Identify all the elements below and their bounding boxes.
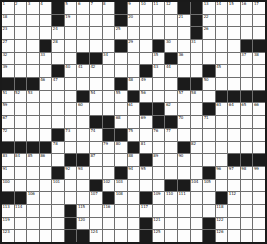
cell-r2c1[interactable]: 18 [2,15,14,27]
cell-r9c1[interactable]: 59 [2,103,14,115]
cell-r16c19[interactable]: 112 [228,192,240,204]
cell-r9c5[interactable] [52,103,64,115]
cell-r1c13[interactable]: 11 [153,2,165,14]
cell-r7c21[interactable] [253,78,265,90]
cell-r12c13[interactable] [153,142,165,154]
cell-r7c12[interactable]: 49 [140,78,152,90]
cell-r1c18[interactable]: 14 [216,2,228,14]
cell-r8c3[interactable]: 53 [27,91,39,103]
cell-r18c8[interactable] [90,218,102,230]
cell-r13c1[interactable]: 83 [2,154,14,166]
cell-r5c16[interactable] [191,53,203,65]
cell-r8c10[interactable]: 55 [115,91,127,103]
cell-r13c10[interactable] [115,154,127,166]
cell-r9c15[interactable] [178,103,190,115]
cell-r4c1[interactable]: 27 [2,40,14,52]
cell-r9c8[interactable] [90,103,102,115]
cell-r3c8[interactable] [90,27,102,39]
cell-r12c10[interactable]: 80 [115,142,127,154]
cell-r11c2[interactable] [15,129,27,141]
cell-r3c12[interactable] [140,27,152,39]
cell-r9c18[interactable]: 63 [216,103,228,115]
cell-r12c21[interactable] [253,142,265,154]
cell-r1c12[interactable]: 10 [140,2,152,14]
cell-r14c20[interactable]: 98 [241,167,253,179]
cell-r15c2[interactable] [15,180,27,192]
cell-r9c19[interactable]: 64 [228,103,240,115]
cell-r9c20[interactable]: 65 [241,103,253,115]
cell-r11c13[interactable]: 76 [153,129,165,141]
cell-r14c21[interactable]: 99 [253,167,265,179]
cell-r18c1[interactable]: 119 [2,218,14,230]
cell-r10c16[interactable] [191,116,203,128]
cell-r11c15[interactable] [178,129,190,141]
cell-r12c17[interactable] [203,142,215,154]
cell-r1c21[interactable]: 17 [253,2,265,14]
cell-r7c18[interactable] [216,78,228,90]
cell-r3c4[interactable] [40,27,52,39]
cell-r17c8[interactable] [90,205,102,217]
cell-r12c16[interactable]: 82 [191,142,203,154]
cell-r17c7[interactable]: 115 [77,205,89,217]
cell-r12c20[interactable] [241,142,253,154]
cell-r10c10[interactable]: 68 [115,116,127,128]
cell-r1c11[interactable]: 9 [128,2,140,14]
cell-r2c15[interactable]: 21 [178,15,190,27]
cell-r9c16[interactable] [191,103,203,115]
cell-r16c14[interactable]: 110 [165,192,177,204]
cell-r2c8[interactable] [90,15,102,27]
cell-r9c2[interactable] [15,103,27,115]
cell-r3c21[interactable] [253,27,265,39]
cell-r6c14[interactable]: 44 [165,65,177,77]
cell-r4c6[interactable] [65,40,77,52]
cell-r14c12[interactable]: 95 [140,167,152,179]
cell-r10c1[interactable]: 67 [2,116,14,128]
cell-r12c9[interactable]: 79 [103,142,115,154]
cell-r17c17[interactable] [203,205,215,217]
cell-r17c9[interactable]: 116 [103,205,115,217]
cell-r15c5[interactable]: 101 [52,180,64,192]
cell-r1c14[interactable]: 12 [165,2,177,14]
cell-r10c5[interactable] [52,116,64,128]
cell-r18c7[interactable]: 120 [77,218,89,230]
cell-r18c9[interactable] [103,218,115,230]
cell-r10c3[interactable] [27,116,39,128]
cell-r6c13[interactable]: 43 [153,65,165,77]
cell-r18c4[interactable] [40,218,52,230]
cell-r6c7[interactable]: 41 [77,65,89,77]
cell-r19c10[interactable] [115,230,127,242]
cell-r15c18[interactable] [216,180,228,192]
cell-r10c7[interactable] [77,116,89,128]
cell-r13c13[interactable]: 89 [153,154,165,166]
cell-r15c4[interactable] [40,180,52,192]
cell-r3c1[interactable]: 23 [2,27,14,39]
cell-r19c15[interactable] [178,230,190,242]
cell-r3c20[interactable] [241,27,253,39]
cell-r13c2[interactable]: 84 [15,154,27,166]
cell-r17c11[interactable] [128,205,140,217]
cell-r4c17[interactable] [203,40,215,52]
cell-r18c2[interactable] [15,218,27,230]
cell-r4c14[interactable]: 30 [165,40,177,52]
cell-r8c16[interactable]: 58 [191,91,203,103]
cell-r19c8[interactable]: 124 [90,230,102,242]
cell-r15c9[interactable]: 102 [103,180,115,192]
cell-r6c16[interactable] [191,65,203,77]
cell-r12c8[interactable] [90,142,102,154]
cell-r15c6[interactable] [65,180,77,192]
cell-r8c4[interactable] [40,91,52,103]
cell-r5c20[interactable]: 37 [241,53,253,65]
cell-r6c6[interactable]: 40 [65,65,77,77]
cell-r14c16[interactable] [191,167,203,179]
cell-r19c20[interactable] [241,230,253,242]
cell-r3c5[interactable]: 24 [52,27,64,39]
cell-r19c3[interactable] [27,230,39,242]
cell-r1c7[interactable]: 6 [77,2,89,14]
cell-r9c6[interactable] [65,103,77,115]
cell-r18c13[interactable]: 121 [153,218,165,230]
cell-r8c9[interactable] [103,91,115,103]
cell-r18c21[interactable] [253,218,265,230]
cell-r7c5[interactable]: 47 [52,78,64,90]
cell-r4c15[interactable] [178,40,190,52]
cell-r5c11[interactable] [128,53,140,65]
cell-r15c1[interactable]: 100 [2,180,14,192]
cell-r3c6[interactable] [65,27,77,39]
cell-r9c14[interactable]: 62 [165,103,177,115]
cell-r2c11[interactable]: 20 [128,15,140,27]
cell-r17c19[interactable] [228,205,240,217]
cell-r8c17[interactable] [203,91,215,103]
cell-r11c18[interactable] [216,129,228,141]
cell-r5c21[interactable]: 38 [253,53,265,65]
cell-r19c13[interactable]: 125 [153,230,165,242]
cell-r7c11[interactable]: 48 [128,78,140,90]
cell-r3c17[interactable]: 26 [203,27,215,39]
cell-r1c2[interactable]: 2 [15,2,27,14]
cell-r10c6[interactable] [65,116,77,128]
cell-r15c19[interactable] [228,180,240,192]
cell-r11c3[interactable] [27,129,39,141]
cell-r8c13[interactable] [153,91,165,103]
cell-r14c15[interactable] [178,167,190,179]
cell-r11c21[interactable] [253,129,265,141]
cell-r10c11[interactable] [128,116,140,128]
cell-r17c16[interactable] [191,205,203,217]
cell-r14c2[interactable] [15,167,27,179]
cell-r11c4[interactable] [40,129,52,141]
cell-r14c1[interactable]: 91 [2,167,14,179]
cell-r12c6[interactable] [65,142,77,154]
cell-r19c14[interactable] [165,230,177,242]
cell-r8c14[interactable] [165,91,177,103]
cell-r13c9[interactable] [103,154,115,166]
cell-r4c19[interactable] [228,40,240,52]
cell-r14c14[interactable] [165,167,177,179]
cell-r8c15[interactable]: 57 [178,91,190,103]
cell-r1c6[interactable]: 5 [65,2,77,14]
cell-r14c7[interactable]: 93 [77,167,89,179]
cell-r19c1[interactable]: 123 [2,230,14,242]
cell-r5c15[interactable]: 36 [178,53,190,65]
cell-r6c15[interactable] [178,65,190,77]
cell-r8c12[interactable]: 56 [140,91,152,103]
cell-r4c8[interactable] [90,40,102,52]
cell-r15c10[interactable]: 103 [115,180,127,192]
cell-r15c3[interactable] [27,180,39,192]
cell-r4c5[interactable]: 28 [52,40,64,52]
cell-r10c2[interactable] [15,116,27,128]
cell-r3c7[interactable] [77,27,89,39]
cell-r7c9[interactable] [103,78,115,90]
cell-r14c18[interactable]: 96 [216,167,228,179]
cell-r11c20[interactable] [241,129,253,141]
cell-r18c19[interactable] [228,218,240,230]
cell-r2c9[interactable] [103,15,115,27]
cell-r1c8[interactable]: 7 [90,2,102,14]
cell-r11c6[interactable]: 73 [65,129,77,141]
cell-r14c19[interactable]: 97 [228,167,240,179]
cell-r7c7[interactable] [77,78,89,90]
cell-r15c16[interactable]: 104 [191,180,203,192]
cell-r2c7[interactable] [77,15,89,27]
cell-r9c4[interactable] [40,103,52,115]
cell-r4c7[interactable] [77,40,89,52]
cell-r15c12[interactable] [140,180,152,192]
cell-r8c6[interactable] [65,91,77,103]
cell-r19c19[interactable] [228,230,240,242]
cell-r7c4[interactable]: 46 [40,78,52,90]
cell-r16c20[interactable] [241,192,253,204]
cell-r16c6[interactable] [65,192,77,204]
cell-r9c10[interactable] [115,103,127,115]
cell-r18c18[interactable]: 122 [216,218,228,230]
cell-r16c21[interactable] [253,192,265,204]
cell-r4c2[interactable] [15,40,27,52]
cell-r3c15[interactable] [178,27,190,39]
cell-r13c5[interactable] [52,154,64,166]
cell-r12c5[interactable]: 78 [52,142,64,154]
cell-r12c12[interactable]: 81 [140,142,152,154]
cell-r3c18[interactable] [216,27,228,39]
cell-r3c9[interactable] [103,27,115,39]
cell-r4c3[interactable] [27,40,39,52]
cell-r10c17[interactable]: 71 [203,116,215,128]
cell-r9c3[interactable] [27,103,39,115]
cell-r18c10[interactable] [115,218,127,230]
cell-r6c1[interactable]: 39 [2,65,14,77]
cell-r17c4[interactable] [40,205,52,217]
cell-r14c3[interactable] [27,167,39,179]
cell-r13c17[interactable] [203,154,215,166]
cell-r7c14[interactable] [165,78,177,90]
cell-r5c2[interactable] [15,53,27,65]
cell-r17c10[interactable] [115,205,127,217]
cell-r6c21[interactable] [253,65,265,77]
cell-r6c4[interactable] [40,65,52,77]
cell-r17c3[interactable] [27,205,39,217]
cell-r6c9[interactable] [103,65,115,77]
cell-r6c18[interactable]: 45 [216,65,228,77]
cell-r13c8[interactable]: 87 [90,154,102,166]
cell-r16c8[interactable]: 107 [90,192,102,204]
cell-r2c19[interactable] [228,15,240,27]
cell-r4c12[interactable] [140,40,152,52]
cell-r17c2[interactable]: 114 [15,205,27,217]
cell-r19c21[interactable] [253,230,265,242]
cell-r15c21[interactable] [253,180,265,192]
cell-r16c3[interactable]: 106 [27,192,39,204]
cell-r9c7[interactable]: 60 [77,103,89,115]
cell-r8c5[interactable] [52,91,64,103]
cell-r18c14[interactable] [165,218,177,230]
cell-r11c19[interactable] [228,129,240,141]
cell-r8c8[interactable]: 54 [90,91,102,103]
cell-r19c16[interactable] [191,230,203,242]
cell-r17c20[interactable] [241,205,253,217]
cell-r2c6[interactable]: 19 [65,15,77,27]
cell-r19c2[interactable] [15,230,27,242]
cell-r19c9[interactable] [103,230,115,242]
cell-r16c13[interactable]: 109 [153,192,165,204]
cell-r3c13[interactable] [153,27,165,39]
cell-r17c1[interactable]: 113 [2,205,14,217]
cell-r18c3[interactable] [27,218,39,230]
cell-r16c4[interactable] [40,192,52,204]
cell-r8c2[interactable]: 52 [15,91,27,103]
cell-r3c11[interactable] [128,27,140,39]
cell-r18c20[interactable] [241,218,253,230]
cell-r19c5[interactable] [52,230,64,242]
cell-r15c11[interactable] [128,180,140,192]
cell-r18c11[interactable] [128,218,140,230]
cell-r6c19[interactable] [228,65,240,77]
cell-r4c16[interactable]: 31 [191,40,203,52]
cell-r2c3[interactable] [27,15,39,27]
cell-r16c16[interactable] [191,192,203,204]
cell-r16c17[interactable] [203,192,215,204]
cell-r2c2[interactable] [15,15,27,27]
cell-r11c16[interactable] [191,129,203,141]
cell-r5c18[interactable] [216,53,228,65]
cell-r5c9[interactable]: 34 [103,53,115,65]
cell-r10c18[interactable] [216,116,228,128]
cell-r6c2[interactable] [15,65,27,77]
cell-r16c11[interactable] [128,192,140,204]
cell-r2c12[interactable] [140,15,152,27]
cell-r10c15[interactable]: 70 [178,116,190,128]
cell-r7c20[interactable] [241,78,253,90]
cell-r14c6[interactable]: 92 [65,167,77,179]
cell-r5c3[interactable] [27,53,39,65]
cell-r17c5[interactable] [52,205,64,217]
cell-r3c2[interactable] [15,27,27,39]
cell-r9c21[interactable]: 66 [253,103,265,115]
cell-r5c19[interactable] [228,53,240,65]
cell-r6c10[interactable] [115,65,127,77]
cell-r3c10[interactable]: 25 [115,27,127,39]
cell-r17c14[interactable] [165,205,177,217]
cell-r13c4[interactable]: 86 [40,154,52,166]
cell-r5c6[interactable] [65,53,77,65]
cell-r11c12[interactable] [140,129,152,141]
cell-r2c4[interactable] [40,15,52,27]
cell-r5c1[interactable]: 32 [2,53,14,65]
cell-r18c5[interactable] [52,218,64,230]
cell-r9c9[interactable] [103,103,115,115]
cell-r11c1[interactable]: 72 [2,129,14,141]
cell-r14c13[interactable] [153,167,165,179]
cell-r15c17[interactable]: 105 [203,180,215,192]
cell-r1c20[interactable]: 16 [241,2,253,14]
cell-r6c3[interactable] [27,65,39,77]
cell-r5c5[interactable] [52,53,64,65]
cell-r17c21[interactable] [253,205,265,217]
cell-r18c16[interactable] [191,218,203,230]
cell-r11c7[interactable] [77,129,89,141]
cell-r13c16[interactable] [191,154,203,166]
cell-r11c14[interactable]: 77 [165,129,177,141]
cell-r12c18[interactable] [216,142,228,154]
cell-r14c4[interactable] [40,167,52,179]
cell-r10c20[interactable] [241,116,253,128]
cell-r14c8[interactable] [90,167,102,179]
cell-r6c20[interactable] [241,65,253,77]
cell-r1c4[interactable]: 4 [40,2,52,14]
cell-r4c18[interactable] [216,40,228,52]
cell-r17c12[interactable]: 117 [140,205,152,217]
cell-r16c7[interactable] [77,192,89,204]
cell-r15c20[interactable] [241,180,253,192]
cell-r13c15[interactable]: 90 [178,154,190,166]
cell-r13c11[interactable]: 88 [128,154,140,166]
cell-r1c1[interactable]: 1 [2,2,14,14]
cell-r12c7[interactable] [77,142,89,154]
cell-r7c19[interactable] [228,78,240,90]
cell-r10c12[interactable]: 69 [140,116,152,128]
cell-r13c14[interactable] [165,154,177,166]
cell-r10c21[interactable] [253,116,265,128]
cell-r3c3[interactable] [27,27,39,39]
cell-r2c13[interactable] [153,15,165,27]
cell-r4c9[interactable] [103,40,115,52]
cell-r5c10[interactable] [115,53,127,65]
cell-r5c12[interactable] [140,53,152,65]
cell-r10c4[interactable] [40,116,52,128]
cell-r2c20[interactable] [241,15,253,27]
cell-r5c4[interactable]: 33 [40,53,52,65]
cell-r11c8[interactable]: 74 [90,129,102,141]
cell-r12c14[interactable] [165,142,177,154]
cell-r16c15[interactable]: 111 [178,192,190,204]
cell-r14c9[interactable] [103,167,115,179]
cell-r9c11[interactable]: 61 [128,103,140,115]
cell-r7c6[interactable] [65,78,77,90]
cell-r2c17[interactable]: 22 [203,15,215,27]
cell-r13c3[interactable]: 85 [27,154,39,166]
cell-r19c4[interactable] [40,230,52,242]
cell-r16c5[interactable] [52,192,64,204]
cell-r5c17[interactable] [203,53,215,65]
cell-r1c9[interactable]: 8 [103,2,115,14]
cell-r1c17[interactable]: 13 [203,2,215,14]
cell-r19c11[interactable] [128,230,140,242]
cell-r2c18[interactable] [216,15,228,27]
cell-r18c15[interactable] [178,218,190,230]
